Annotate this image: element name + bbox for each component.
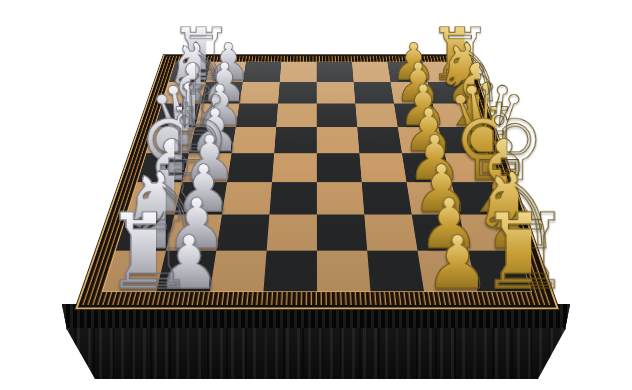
square-f4[interactable] <box>269 182 316 214</box>
square-g5[interactable] <box>317 215 367 251</box>
square-d4[interactable] <box>274 127 317 153</box>
square-d6[interactable] <box>357 127 402 153</box>
piece-black-pawn-h7[interactable]: ♟ <box>424 226 478 300</box>
square-g4[interactable] <box>267 215 317 251</box>
white-rook-icon: ♜ <box>103 200 157 305</box>
board-scene: ♜♟♟♜♞♟♟♞♝♟♟♝♛♟♟♛♚♟♟♚♝♟♟♝♞♟♟♞♜♟♟♜ <box>0 0 632 390</box>
square-f6[interactable] <box>362 182 412 214</box>
square-c6[interactable] <box>355 104 397 128</box>
square-d5[interactable] <box>317 127 360 153</box>
black-rook-icon: ♜ <box>478 200 532 305</box>
square-e4[interactable] <box>272 153 317 182</box>
square-e5[interactable] <box>317 153 362 182</box>
square-b5[interactable] <box>317 82 356 104</box>
square-b4[interactable] <box>278 82 317 104</box>
square-b6[interactable] <box>354 82 394 104</box>
chessboard: ♜♟♟♜♞♟♟♞♝♟♟♝♛♟♟♛♚♟♟♚♝♟♟♝♞♟♟♞♜♟♟♜ <box>74 54 560 310</box>
chess-set-photo: ♜♟♟♜♞♟♟♞♝♟♟♝♛♟♟♛♚♟♟♚♝♟♟♝♞♟♟♞♜♟♟♜ <box>0 0 632 390</box>
piece-black-rook-h8[interactable]: ♜ <box>478 200 532 305</box>
square-a4[interactable] <box>280 62 317 82</box>
square-h6[interactable] <box>367 251 424 292</box>
black-pawn-icon: ♟ <box>424 226 478 300</box>
square-a6[interactable] <box>352 62 391 82</box>
square-f5[interactable] <box>317 182 364 214</box>
square-g6[interactable] <box>364 215 417 251</box>
square-e6[interactable] <box>359 153 406 182</box>
piece-white-rook-h1[interactable]: ♜ <box>103 200 157 305</box>
square-h5[interactable] <box>317 251 371 292</box>
square-a5[interactable] <box>317 62 354 82</box>
square-c5[interactable] <box>317 104 358 128</box>
square-h4[interactable] <box>263 251 317 292</box>
square-c4[interactable] <box>276 104 317 128</box>
